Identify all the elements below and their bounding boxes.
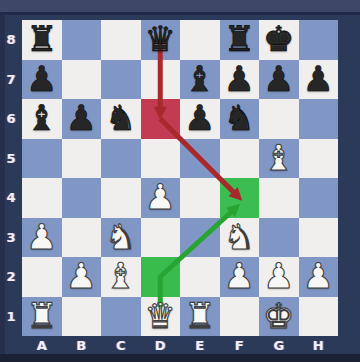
white-pawn-h2[interactable]: ♟ [299, 257, 339, 297]
black-bishop-a6[interactable]: ♝ [22, 99, 62, 139]
white-bishop-g5[interactable]: ♝ [259, 139, 299, 179]
file-labels: ABCDEFGH [22, 336, 338, 354]
empty-c5 [101, 139, 141, 179]
empty-h3 [299, 218, 339, 258]
white-pawn-g2[interactable]: ♟ [259, 257, 299, 297]
empty-e8 [180, 20, 220, 60]
empty-g6 [259, 99, 299, 139]
empty-e2 [180, 257, 220, 297]
board-pieces: ♜♛♜♚♟♝♟♟♟♝♟♞♟♞♝♟♟♞♞♟♝♟♟♟♜♛♜♚ [22, 20, 338, 336]
white-pawn-f2[interactable]: ♟ [220, 257, 260, 297]
white-king-g1[interactable]: ♚ [259, 297, 299, 337]
empty-b1 [62, 297, 102, 337]
rank-label-2: 2 [0, 257, 22, 297]
empty-c4 [101, 178, 141, 218]
rank-label-8: 8 [0, 20, 22, 60]
white-pawn-a3[interactable]: ♟ [22, 218, 62, 258]
rank-label-3: 3 [0, 218, 22, 258]
empty-h1 [299, 297, 339, 337]
black-pawn-h7[interactable]: ♟ [299, 60, 339, 100]
empty-h5 [299, 139, 339, 179]
file-label-h: H [299, 336, 339, 354]
file-label-g: G [259, 336, 299, 354]
rank-label-7: 7 [0, 60, 22, 100]
white-bishop-c2[interactable]: ♝ [101, 257, 141, 297]
empty-d5 [141, 139, 181, 179]
empty-d2 [141, 257, 181, 297]
white-rook-e1[interactable]: ♜ [180, 297, 220, 337]
empty-h8 [299, 20, 339, 60]
empty-b4 [62, 178, 102, 218]
file-label-b: B [62, 336, 102, 354]
bottom-band [0, 354, 360, 362]
rank-label-4: 4 [0, 178, 22, 218]
file-label-c: C [101, 336, 141, 354]
empty-f1 [220, 297, 260, 337]
empty-e3 [180, 218, 220, 258]
empty-h6 [299, 99, 339, 139]
black-pawn-a7[interactable]: ♟ [22, 60, 62, 100]
empty-b8 [62, 20, 102, 60]
white-pawn-d4[interactable]: ♟ [141, 178, 181, 218]
empty-a5 [22, 139, 62, 179]
empty-d7 [141, 60, 181, 100]
empty-f4 [220, 178, 260, 218]
file-label-a: A [22, 336, 62, 354]
white-knight-f3[interactable]: ♞ [220, 218, 260, 258]
white-knight-c3[interactable]: ♞ [101, 218, 141, 258]
black-knight-f6[interactable]: ♞ [220, 99, 260, 139]
empty-e4 [180, 178, 220, 218]
empty-a4 [22, 178, 62, 218]
empty-d6 [141, 99, 181, 139]
black-rook-a8[interactable]: ♜ [22, 20, 62, 60]
empty-e5 [180, 139, 220, 179]
empty-g3 [259, 218, 299, 258]
empty-h4 [299, 178, 339, 218]
empty-g4 [259, 178, 299, 218]
black-pawn-f7[interactable]: ♟ [220, 60, 260, 100]
white-pawn-b2[interactable]: ♟ [62, 257, 102, 297]
empty-f5 [220, 139, 260, 179]
black-king-g8[interactable]: ♚ [259, 20, 299, 60]
black-queen-d8[interactable]: ♛ [141, 20, 181, 60]
empty-d3 [141, 218, 181, 258]
black-pawn-g7[interactable]: ♟ [259, 60, 299, 100]
rank-label-6: 6 [0, 99, 22, 139]
white-rook-a1[interactable]: ♜ [22, 297, 62, 337]
rank-label-1: 1 [0, 297, 22, 337]
empty-c1 [101, 297, 141, 337]
rank-labels: 87654321 [0, 20, 22, 336]
black-pawn-e6[interactable]: ♟ [180, 99, 220, 139]
empty-c7 [101, 60, 141, 100]
file-label-f: F [220, 336, 260, 354]
rank-label-5: 5 [0, 139, 22, 179]
empty-b5 [62, 139, 102, 179]
white-queen-d1[interactable]: ♛ [141, 297, 181, 337]
black-rook-f8[interactable]: ♜ [220, 20, 260, 60]
file-label-d: D [141, 336, 181, 354]
black-bishop-e7[interactable]: ♝ [180, 60, 220, 100]
black-pawn-b6[interactable]: ♟ [62, 99, 102, 139]
empty-b3 [62, 218, 102, 258]
empty-b7 [62, 60, 102, 100]
file-label-e: E [180, 336, 220, 354]
black-knight-c6[interactable]: ♞ [101, 99, 141, 139]
empty-a2 [22, 257, 62, 297]
top-bar [0, 0, 360, 15]
empty-c8 [101, 20, 141, 60]
